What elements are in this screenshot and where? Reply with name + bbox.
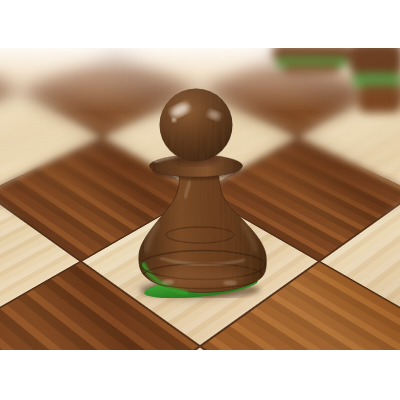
base-specular	[162, 280, 174, 285]
blurred-pawn-shadow	[283, 65, 340, 74]
blurred-pawn-shadow	[358, 85, 400, 113]
wood-grain-texture	[130, 86, 270, 298]
ball-specular-small	[172, 118, 176, 122]
chessboard-photo	[0, 48, 400, 350]
base-specular	[223, 281, 237, 286]
product-photo	[0, 0, 400, 400]
blurred-pawn-body	[349, 48, 400, 76]
wooden-pawn	[130, 86, 270, 298]
